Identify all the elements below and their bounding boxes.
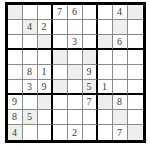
cell-r8c6[interactable] (83, 110, 98, 125)
cell-r2c7[interactable] (98, 20, 113, 35)
cell-r2c9[interactable] (128, 20, 143, 35)
cell-r8c1: 8 (8, 110, 23, 125)
cell-r2c5[interactable] (68, 20, 83, 35)
cell-r4c2[interactable] (23, 50, 38, 65)
cell-r2c8[interactable] (113, 20, 128, 35)
cell-r3c3[interactable] (38, 35, 53, 50)
cell-r7c4[interactable] (53, 95, 68, 110)
cell-r3c6[interactable] (83, 35, 98, 50)
cell-r8c2: 5 (23, 110, 38, 125)
cell-r5c6: 9 (83, 65, 98, 80)
cell-r7c2[interactable] (23, 95, 38, 110)
cell-r6c9[interactable] (128, 80, 143, 95)
cell-r8c3[interactable] (38, 110, 53, 125)
cell-r3c1[interactable] (8, 35, 23, 50)
cell-r5c3: 1 (38, 65, 53, 80)
cell-r1c7[interactable] (98, 5, 113, 20)
cell-r7c5[interactable] (68, 95, 83, 110)
cell-r3c5: 3 (68, 35, 83, 50)
cell-r8c9[interactable] (128, 110, 143, 125)
cell-r9c1: 4 (8, 125, 23, 140)
cell-r2c3: 2 (38, 20, 53, 35)
cell-r2c1[interactable] (8, 20, 23, 35)
cell-r1c5: 6 (68, 5, 83, 20)
cell-r4c7[interactable] (98, 50, 113, 65)
cell-r7c8: 8 (113, 95, 128, 110)
cell-r1c4: 7 (53, 5, 68, 20)
cell-r4c4[interactable] (53, 50, 68, 65)
cell-r9c7[interactable] (98, 125, 113, 140)
cell-r1c9[interactable] (128, 5, 143, 20)
cell-r6c3: 9 (38, 80, 53, 95)
cell-r9c4[interactable] (53, 125, 68, 140)
cell-r7c9[interactable] (128, 95, 143, 110)
cell-r5c9[interactable] (128, 65, 143, 80)
cell-r1c1[interactable] (8, 5, 23, 20)
cell-r4c3[interactable] (38, 50, 53, 65)
cell-r3c4[interactable] (53, 35, 68, 50)
cell-r3c7[interactable] (98, 35, 113, 50)
cell-r7c3[interactable] (38, 95, 53, 110)
cell-r4c6[interactable] (83, 50, 98, 65)
cell-r2c6[interactable] (83, 20, 98, 35)
cell-r6c8[interactable] (113, 80, 128, 95)
cell-r4c9[interactable] (128, 50, 143, 65)
cell-r6c4[interactable] (53, 80, 68, 95)
cell-r3c2[interactable] (23, 35, 38, 50)
cell-r4c5[interactable] (68, 50, 83, 65)
cell-r4c1[interactable] (8, 50, 23, 65)
cell-r5c4[interactable] (53, 65, 68, 80)
cell-r9c9[interactable] (128, 125, 143, 140)
cell-r5c1[interactable] (8, 65, 23, 80)
cell-r6c2: 3 (23, 80, 38, 95)
cell-r9c6[interactable] (83, 125, 98, 140)
cell-r1c8: 4 (113, 5, 128, 20)
cell-r4c8[interactable] (113, 50, 128, 65)
cell-r3c8: 6 (113, 35, 128, 50)
cell-r8c7[interactable] (98, 110, 113, 125)
cell-r7c7[interactable] (98, 95, 113, 110)
cell-r7c6: 7 (83, 95, 98, 110)
cell-r1c6[interactable] (83, 5, 98, 20)
cell-r5c5[interactable] (68, 65, 83, 80)
cell-r8c4[interactable] (53, 110, 68, 125)
cell-r8c5[interactable] (68, 110, 83, 125)
cell-r2c4[interactable] (53, 20, 68, 35)
cell-r9c3[interactable] (38, 125, 53, 140)
cell-r1c3[interactable] (38, 5, 53, 20)
cell-r9c2[interactable] (23, 125, 38, 140)
cell-r6c6: 5 (83, 80, 98, 95)
cell-r6c5[interactable] (68, 80, 83, 95)
cell-r6c1[interactable] (8, 80, 23, 95)
cell-r5c7[interactable] (98, 65, 113, 80)
sudoku-board: 7644236819395197885427 (5, 2, 146, 143)
cell-r7c1: 9 (8, 95, 23, 110)
cell-r8c8[interactable] (113, 110, 128, 125)
cell-r6c7: 1 (98, 80, 113, 95)
cell-r3c9[interactable] (128, 35, 143, 50)
cell-r5c2: 8 (23, 65, 38, 80)
cell-r5c8[interactable] (113, 65, 128, 80)
cell-r9c5: 2 (68, 125, 83, 140)
cell-r9c8: 7 (113, 125, 128, 140)
cell-r1c2[interactable] (23, 5, 38, 20)
cell-r2c2: 4 (23, 20, 38, 35)
